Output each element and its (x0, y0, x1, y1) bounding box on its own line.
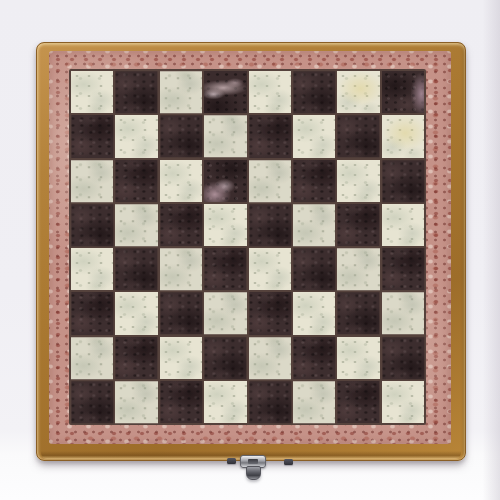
square-g6[interactable] (337, 160, 379, 202)
square-b8[interactable] (115, 71, 157, 113)
square-c8[interactable] (160, 71, 202, 113)
square-b2[interactable] (115, 337, 157, 379)
square-d7[interactable] (204, 115, 246, 157)
square-b3[interactable] (115, 292, 157, 334)
square-b6[interactable] (115, 160, 157, 202)
square-b4[interactable] (115, 248, 157, 290)
clasp-slot (248, 459, 258, 464)
square-e6[interactable] (249, 160, 291, 202)
square-e8[interactable] (249, 71, 291, 113)
screw-icon (227, 458, 236, 464)
square-d6[interactable] (204, 160, 246, 202)
square-h5[interactable] (382, 204, 424, 246)
square-g2[interactable] (337, 337, 379, 379)
square-c3[interactable] (160, 292, 202, 334)
square-d3[interactable] (204, 292, 246, 334)
square-d5[interactable] (204, 204, 246, 246)
square-f7[interactable] (293, 115, 335, 157)
square-f4[interactable] (293, 248, 335, 290)
square-g5[interactable] (337, 204, 379, 246)
square-g1[interactable] (337, 381, 379, 423)
square-a3[interactable] (71, 292, 113, 334)
square-d1[interactable] (204, 381, 246, 423)
square-c5[interactable] (160, 204, 202, 246)
square-h8[interactable] (382, 71, 424, 113)
square-e7[interactable] (249, 115, 291, 157)
marble-border (49, 51, 451, 444)
square-a1[interactable] (71, 381, 113, 423)
square-f3[interactable] (293, 292, 335, 334)
square-g7[interactable] (337, 115, 379, 157)
photo-background (0, 0, 500, 500)
square-g8[interactable] (337, 71, 379, 113)
square-h1[interactable] (382, 381, 424, 423)
square-b5[interactable] (115, 204, 157, 246)
square-h4[interactable] (382, 248, 424, 290)
square-g3[interactable] (337, 292, 379, 334)
square-g4[interactable] (337, 248, 379, 290)
square-a5[interactable] (71, 204, 113, 246)
square-f2[interactable] (293, 337, 335, 379)
square-f5[interactable] (293, 204, 335, 246)
square-d4[interactable] (204, 248, 246, 290)
square-c7[interactable] (160, 115, 202, 157)
square-e3[interactable] (249, 292, 291, 334)
wooden-chess-box-lid (36, 42, 466, 461)
square-a4[interactable] (71, 248, 113, 290)
square-a8[interactable] (71, 71, 113, 113)
square-a7[interactable] (71, 115, 113, 157)
square-h3[interactable] (382, 292, 424, 334)
square-b7[interactable] (115, 115, 157, 157)
square-c6[interactable] (160, 160, 202, 202)
square-c4[interactable] (160, 248, 202, 290)
square-d2[interactable] (204, 337, 246, 379)
square-a2[interactable] (71, 337, 113, 379)
chess-board (69, 69, 426, 425)
square-e4[interactable] (249, 248, 291, 290)
square-c2[interactable] (160, 337, 202, 379)
square-h7[interactable] (382, 115, 424, 157)
screw-icon (284, 459, 293, 465)
square-d8[interactable] (204, 71, 246, 113)
square-f8[interactable] (293, 71, 335, 113)
square-b1[interactable] (115, 381, 157, 423)
square-f1[interactable] (293, 381, 335, 423)
square-h2[interactable] (382, 337, 424, 379)
square-e5[interactable] (249, 204, 291, 246)
square-c1[interactable] (160, 381, 202, 423)
square-h6[interactable] (382, 160, 424, 202)
square-e2[interactable] (249, 337, 291, 379)
square-a6[interactable] (71, 160, 113, 202)
clasp-tongue (246, 466, 261, 480)
square-f6[interactable] (293, 160, 335, 202)
square-e1[interactable] (249, 381, 291, 423)
